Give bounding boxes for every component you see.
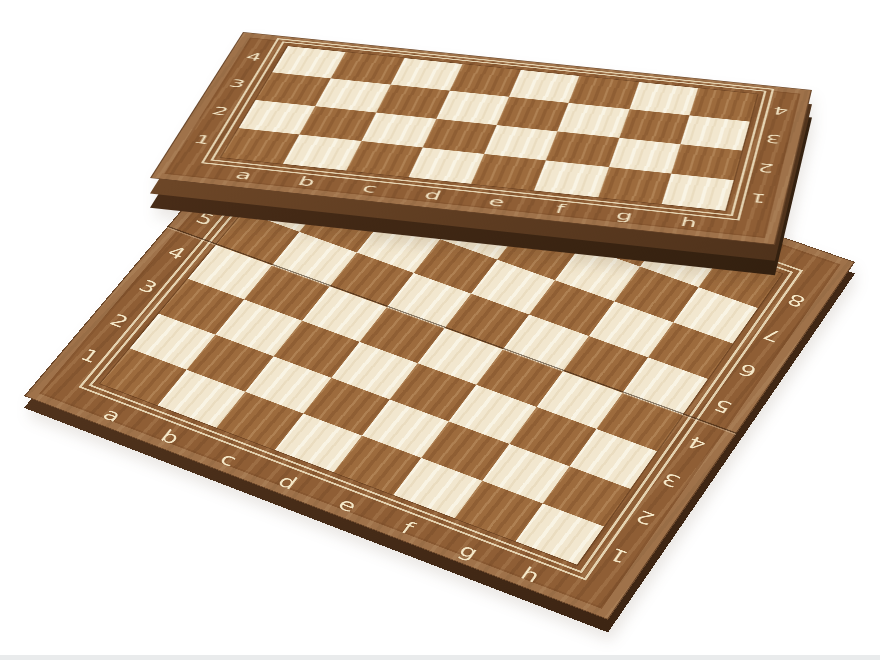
folded-rank-label-left-1: 1 bbox=[191, 133, 213, 146]
folded-rank-label-left-2: 2 bbox=[209, 105, 231, 118]
square-g1 bbox=[598, 167, 671, 204]
folded-board-field bbox=[221, 46, 757, 211]
square-h1 bbox=[661, 173, 733, 210]
square-e1 bbox=[471, 154, 546, 191]
folded-rank-label-left-4: 4 bbox=[244, 51, 265, 63]
square-f1 bbox=[534, 160, 608, 197]
folded-file-label-h: h bbox=[679, 215, 699, 229]
folded-file-label-b: b bbox=[296, 175, 318, 189]
folded-file-label-e: e bbox=[486, 195, 506, 209]
page-bottom-strip bbox=[0, 655, 880, 660]
folded-rank-label-left-3: 3 bbox=[227, 77, 248, 89]
product-photo-stage: 8877665544332211abcdefgh 44332211abcdefg… bbox=[0, 0, 880, 660]
folded-file-label-a: a bbox=[233, 168, 255, 182]
folded-file-label-d: d bbox=[422, 188, 443, 202]
folded-rank-label-right-3: 3 bbox=[764, 132, 782, 145]
folded-board: 44332211abcdefgh bbox=[0, 0, 880, 660]
folded-rank-label-right-1: 1 bbox=[749, 191, 768, 205]
folded-rank-label-right-4: 4 bbox=[772, 104, 790, 116]
folded-rank-label-right-2: 2 bbox=[757, 161, 775, 174]
folded-file-label-f: f bbox=[554, 202, 567, 215]
folded-file-label-c: c bbox=[360, 181, 380, 194]
folded-file-label-g: g bbox=[615, 208, 635, 222]
